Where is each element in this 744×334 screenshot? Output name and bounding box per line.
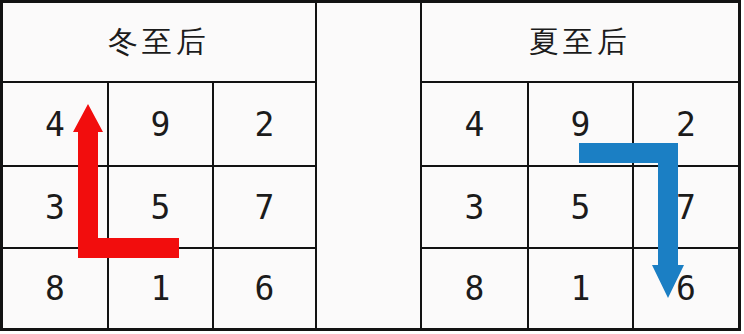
right-cell-r1c2: 9 [528,82,633,166]
left-cell-r2c3: 7 [213,166,316,248]
right-cell-r1c3: 2 [633,82,739,166]
left-cell-r3c3: 6 [213,248,316,329]
right-cell-r2c1: 3 [421,166,528,248]
left-cell-r1c1: 4 [2,82,108,166]
left-cell-r3c1: 8 [2,248,108,329]
left-cell-r2c2: 5 [108,166,213,248]
page: 冬至后 夏至后 4 9 2 3 5 7 8 1 6 4 9 2 3 5 7 8 … [0,0,744,334]
right-cell-r3c1: 8 [421,248,528,329]
right-cell-r3c2: 1 [528,248,633,329]
left-cell-r1c2: 9 [108,82,213,166]
right-table-title: 夏至后 [421,2,739,82]
left-cell-r3c2: 1 [108,248,213,329]
right-cell-r2c2: 5 [528,166,633,248]
left-cell-r2c1: 3 [2,166,108,248]
left-cell-r1c3: 2 [213,82,316,166]
right-cell-r1c1: 4 [421,82,528,166]
nine-palace-board: 冬至后 夏至后 4 9 2 3 5 7 8 1 6 4 9 2 3 5 7 8 … [0,0,741,331]
right-cell-r2c3: 7 [633,166,739,248]
right-cell-r3c3: 6 [633,248,739,329]
middle-spacer-cell [316,2,421,329]
left-table-title: 冬至后 [2,2,316,82]
